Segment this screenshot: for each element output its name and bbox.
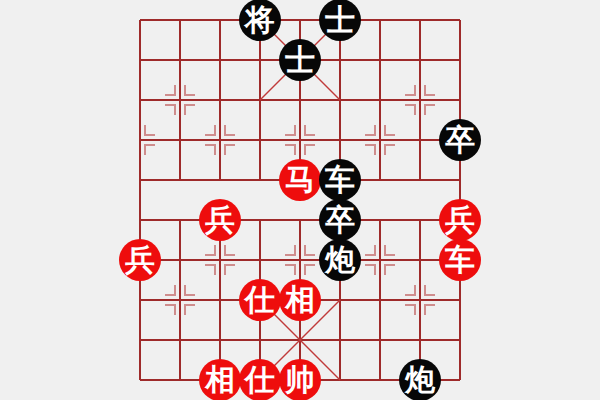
intersection[interactable] xyxy=(240,160,280,200)
intersection[interactable] xyxy=(200,120,240,160)
intersection[interactable] xyxy=(400,200,440,240)
intersection[interactable] xyxy=(400,240,440,280)
intersection[interactable] xyxy=(360,240,400,280)
intersection[interactable] xyxy=(160,280,200,320)
intersection[interactable] xyxy=(160,200,200,240)
intersection[interactable] xyxy=(400,40,440,80)
intersection[interactable] xyxy=(320,280,360,320)
intersection[interactable] xyxy=(200,280,240,320)
intersection[interactable] xyxy=(400,80,440,120)
intersection[interactable] xyxy=(280,320,320,360)
intersection[interactable] xyxy=(360,80,400,120)
black-chariot[interactable]: 车 xyxy=(319,159,361,201)
black-general[interactable]: 将 xyxy=(239,0,281,41)
intersection[interactable] xyxy=(160,40,200,80)
intersection[interactable] xyxy=(120,80,160,120)
red-chariot[interactable]: 车 xyxy=(439,239,481,281)
intersection[interactable] xyxy=(280,200,320,240)
intersection[interactable] xyxy=(280,240,320,280)
intersection[interactable] xyxy=(240,40,280,80)
black-advisor[interactable]: 士 xyxy=(319,0,361,41)
intersection[interactable] xyxy=(200,80,240,120)
intersection[interactable] xyxy=(160,80,200,120)
red-advisor[interactable]: 仕 xyxy=(239,359,281,400)
intersection[interactable] xyxy=(280,120,320,160)
intersection[interactable] xyxy=(160,320,200,360)
intersection[interactable] xyxy=(120,120,160,160)
intersection[interactable] xyxy=(240,320,280,360)
intersection[interactable] xyxy=(160,160,200,200)
intersection[interactable] xyxy=(360,160,400,200)
black-cannon[interactable]: 炮 xyxy=(399,359,441,400)
intersection[interactable] xyxy=(440,360,480,400)
intersection[interactable] xyxy=(440,40,480,80)
intersection[interactable] xyxy=(240,120,280,160)
intersection[interactable] xyxy=(400,0,440,40)
red-soldier[interactable]: 兵 xyxy=(199,199,241,241)
red-horse[interactable]: 马 xyxy=(279,159,321,201)
intersection[interactable] xyxy=(400,160,440,200)
intersection[interactable] xyxy=(400,320,440,360)
intersection[interactable] xyxy=(440,0,480,40)
red-soldier[interactable]: 兵 xyxy=(119,239,161,281)
black-advisor[interactable]: 士 xyxy=(279,39,321,81)
intersection[interactable] xyxy=(400,280,440,320)
intersection[interactable] xyxy=(200,240,240,280)
intersection[interactable] xyxy=(200,320,240,360)
red-advisor[interactable]: 仕 xyxy=(239,279,281,321)
intersection[interactable] xyxy=(200,40,240,80)
intersection[interactable] xyxy=(200,160,240,200)
intersection[interactable] xyxy=(160,360,200,400)
intersection[interactable] xyxy=(320,40,360,80)
intersection[interactable] xyxy=(120,40,160,80)
intersection[interactable] xyxy=(440,80,480,120)
red-elephant[interactable]: 相 xyxy=(199,359,241,400)
intersection[interactable] xyxy=(360,120,400,160)
intersection[interactable] xyxy=(160,0,200,40)
intersection[interactable] xyxy=(120,200,160,240)
intersection[interactable] xyxy=(440,280,480,320)
intersection[interactable] xyxy=(400,120,440,160)
intersection[interactable] xyxy=(160,240,200,280)
intersection[interactable] xyxy=(280,80,320,120)
red-elephant[interactable]: 相 xyxy=(279,279,321,321)
intersection[interactable] xyxy=(360,40,400,80)
intersection[interactable] xyxy=(320,360,360,400)
intersection[interactable] xyxy=(320,80,360,120)
xiangqi-diagram: 将士士卒马车兵卒兵兵炮车仕相相仕帅炮 xyxy=(0,0,600,400)
intersection[interactable] xyxy=(160,120,200,160)
intersection[interactable] xyxy=(360,0,400,40)
intersection[interactable] xyxy=(240,80,280,120)
black-soldier[interactable]: 卒 xyxy=(319,199,361,241)
intersection[interactable] xyxy=(200,0,240,40)
intersection[interactable] xyxy=(240,240,280,280)
intersection[interactable] xyxy=(360,280,400,320)
red-soldier[interactable]: 兵 xyxy=(439,199,481,241)
intersection[interactable] xyxy=(120,360,160,400)
black-soldier[interactable]: 卒 xyxy=(439,119,481,161)
intersection[interactable] xyxy=(320,120,360,160)
intersection[interactable] xyxy=(360,200,400,240)
black-cannon[interactable]: 炮 xyxy=(319,239,361,281)
board-grid[interactable]: 将士士卒马车兵卒兵兵炮车仕相相仕帅炮 xyxy=(120,0,480,400)
intersection[interactable] xyxy=(280,0,320,40)
intersection[interactable] xyxy=(120,280,160,320)
intersection[interactable] xyxy=(440,320,480,360)
red-general[interactable]: 帅 xyxy=(279,359,321,400)
intersection[interactable] xyxy=(120,160,160,200)
intersection[interactable] xyxy=(240,200,280,240)
intersection[interactable] xyxy=(120,320,160,360)
intersection[interactable] xyxy=(440,160,480,200)
intersection[interactable] xyxy=(360,320,400,360)
intersection[interactable] xyxy=(320,320,360,360)
intersection[interactable] xyxy=(120,0,160,40)
intersection[interactable] xyxy=(360,360,400,400)
